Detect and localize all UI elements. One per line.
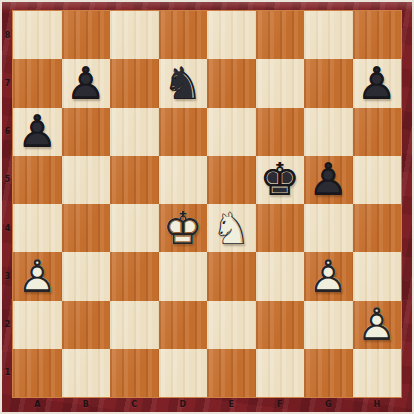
file-label-h: H [353, 397, 402, 412]
rank-label-5: 5 [2, 156, 13, 204]
file-label-f: F [256, 397, 305, 412]
square-a8[interactable] [13, 11, 62, 59]
square-a2[interactable] [13, 301, 62, 349]
piece-glyph-outline: ♙ [13, 108, 62, 156]
piece-black-pawn-h7[interactable]: ♟♙ [353, 59, 402, 107]
piece-glyph-outline: ♙ [353, 301, 402, 349]
square-d4[interactable]: ♚♔ [159, 204, 208, 252]
piece-white-knight-e4[interactable]: ♞♘ [207, 204, 256, 252]
square-c8[interactable] [110, 11, 159, 59]
square-b7[interactable]: ♟♙ [62, 59, 111, 107]
square-c4[interactable] [110, 204, 159, 252]
piece-white-pawn-g3[interactable]: ♟♙ [304, 252, 353, 300]
square-c3[interactable] [110, 252, 159, 300]
square-c6[interactable] [110, 108, 159, 156]
square-e1[interactable] [207, 349, 256, 397]
square-c2[interactable] [110, 301, 159, 349]
square-e5[interactable] [207, 156, 256, 204]
square-f7[interactable] [256, 59, 305, 107]
rank-label-8: 8 [2, 11, 13, 59]
square-e6[interactable] [207, 108, 256, 156]
square-b3[interactable] [62, 252, 111, 300]
board: ♟♙♞♘♟♙♟♙♚♔♟♙♚♔♞♘♟♙♟♙♟♙ [13, 11, 401, 397]
square-h5[interactable] [353, 156, 402, 204]
square-e8[interactable] [207, 11, 256, 59]
file-label-d: D [159, 397, 208, 412]
piece-glyph-outline: ♘ [207, 204, 256, 252]
square-h4[interactable] [353, 204, 402, 252]
square-f6[interactable] [256, 108, 305, 156]
square-g8[interactable] [304, 11, 353, 59]
square-e4[interactable]: ♞♘ [207, 204, 256, 252]
square-g7[interactable] [304, 59, 353, 107]
rank-labels: 87654321 [2, 11, 13, 397]
piece-glyph-outline: ♔ [159, 204, 208, 252]
square-a1[interactable] [13, 349, 62, 397]
square-a6[interactable]: ♟♙ [13, 108, 62, 156]
piece-glyph-outline: ♙ [353, 59, 402, 107]
square-h7[interactable]: ♟♙ [353, 59, 402, 107]
square-d5[interactable] [159, 156, 208, 204]
rank-label-7: 7 [2, 59, 13, 107]
square-h2[interactable]: ♟♙ [353, 301, 402, 349]
square-b8[interactable] [62, 11, 111, 59]
square-f5[interactable]: ♚♔ [256, 156, 305, 204]
piece-white-king-d4[interactable]: ♚♔ [159, 204, 208, 252]
square-a4[interactable] [13, 204, 62, 252]
square-g5[interactable]: ♟♙ [304, 156, 353, 204]
square-b6[interactable] [62, 108, 111, 156]
square-e2[interactable] [207, 301, 256, 349]
square-a7[interactable] [13, 59, 62, 107]
square-f4[interactable] [256, 204, 305, 252]
square-g3[interactable]: ♟♙ [304, 252, 353, 300]
square-d3[interactable] [159, 252, 208, 300]
rank-label-6: 6 [2, 108, 13, 156]
piece-glyph-outline: ♙ [62, 59, 111, 107]
piece-black-king-f5[interactable]: ♚♔ [256, 156, 305, 204]
square-c7[interactable] [110, 59, 159, 107]
square-e3[interactable] [207, 252, 256, 300]
piece-glyph-outline: ♘ [159, 59, 208, 107]
square-d1[interactable] [159, 349, 208, 397]
rank-label-4: 4 [2, 204, 13, 252]
square-d2[interactable] [159, 301, 208, 349]
piece-black-knight-d7[interactable]: ♞♘ [159, 59, 208, 107]
piece-glyph-outline: ♙ [13, 252, 62, 300]
file-labels: ABCDEFGH [13, 397, 401, 412]
square-g4[interactable] [304, 204, 353, 252]
square-g6[interactable] [304, 108, 353, 156]
piece-glyph-outline: ♙ [304, 252, 353, 300]
piece-white-pawn-a3[interactable]: ♟♙ [13, 252, 62, 300]
piece-glyph-outline: ♔ [256, 156, 305, 204]
square-a3[interactable]: ♟♙ [13, 252, 62, 300]
square-g2[interactable] [304, 301, 353, 349]
square-e7[interactable] [207, 59, 256, 107]
piece-white-pawn-h2[interactable]: ♟♙ [353, 301, 402, 349]
square-b4[interactable] [62, 204, 111, 252]
file-label-c: C [110, 397, 159, 412]
square-h6[interactable] [353, 108, 402, 156]
square-b1[interactable] [62, 349, 111, 397]
square-f3[interactable] [256, 252, 305, 300]
rank-label-2: 2 [2, 301, 13, 349]
square-f1[interactable] [256, 349, 305, 397]
square-g1[interactable] [304, 349, 353, 397]
square-f2[interactable] [256, 301, 305, 349]
square-d6[interactable] [159, 108, 208, 156]
piece-black-pawn-a6[interactable]: ♟♙ [13, 108, 62, 156]
square-b5[interactable] [62, 156, 111, 204]
square-d8[interactable] [159, 11, 208, 59]
piece-black-pawn-b7[interactable]: ♟♙ [62, 59, 111, 107]
square-a5[interactable] [13, 156, 62, 204]
rank-label-3: 3 [2, 252, 13, 300]
file-label-a: A [13, 397, 62, 412]
square-c1[interactable] [110, 349, 159, 397]
file-label-g: G [304, 397, 353, 412]
piece-glyph-outline: ♙ [304, 156, 353, 204]
square-b2[interactable] [62, 301, 111, 349]
file-label-e: E [207, 397, 256, 412]
file-label-b: B [62, 397, 111, 412]
square-f8[interactable] [256, 11, 305, 59]
square-d7[interactable]: ♞♘ [159, 59, 208, 107]
square-h3[interactable] [353, 252, 402, 300]
piece-black-pawn-g5[interactable]: ♟♙ [304, 156, 353, 204]
square-h8[interactable] [353, 11, 402, 59]
chess-board-frame: ♟♙♞♘♟♙♟♙♚♔♟♙♚♔♞♘♟♙♟♙♟♙ 87654321 ABCDEFGH [0, 0, 414, 414]
rank-label-1: 1 [2, 349, 13, 397]
square-c5[interactable] [110, 156, 159, 204]
square-h1[interactable] [353, 349, 402, 397]
